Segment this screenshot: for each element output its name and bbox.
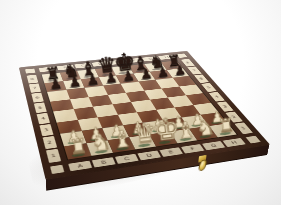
frame-corner-inlay bbox=[50, 165, 64, 174]
chess-board: ABCDEFGH 87654321 87654321 ABCDEFGH ♜♞♝♛… bbox=[19, 51, 270, 180]
file-label-h: H bbox=[223, 138, 246, 147]
rank-label-3: 3 bbox=[40, 124, 54, 136]
rank-label-5: 5 bbox=[201, 83, 217, 92]
rank-label-8: 8 bbox=[27, 75, 39, 84]
rank-label-1: 1 bbox=[46, 149, 61, 163]
file-label-g: G bbox=[202, 141, 225, 150]
product-photo-background: ABCDEFGH 87654321 87654321 ABCDEFGH ♜♞♝♛… bbox=[0, 0, 281, 205]
white-rook-piece: ♜ bbox=[65, 136, 90, 159]
white-knight-piece: ♞ bbox=[88, 130, 113, 155]
brass-clasp-pendant bbox=[197, 160, 207, 171]
black-pawn-piece: ♟ bbox=[101, 70, 121, 85]
black-pawn-piece: ♟ bbox=[153, 64, 172, 79]
rank-label-6: 6 bbox=[31, 93, 43, 103]
black-pawn-piece: ♟ bbox=[136, 66, 156, 81]
rank-label-2: 2 bbox=[43, 136, 58, 149]
frame-corner-inlay bbox=[25, 69, 35, 74]
square-a7: ♟ bbox=[44, 81, 66, 92]
file-label-f: F bbox=[181, 144, 204, 153]
file-label-a: A bbox=[68, 161, 92, 172]
rank-label-5: 5 bbox=[34, 102, 47, 113]
frame-corner-inlay bbox=[246, 136, 261, 144]
file-label-b: B bbox=[92, 157, 116, 167]
white-bishop-piece: ♝ bbox=[110, 126, 135, 152]
rank-label-4: 4 bbox=[209, 92, 225, 102]
white-queen-piece: ♛ bbox=[131, 120, 156, 149]
black-pawn-piece: ♟ bbox=[119, 68, 139, 83]
file-label-c: C bbox=[115, 154, 139, 164]
rank-label-4: 4 bbox=[37, 113, 50, 124]
file-label-e: E bbox=[159, 147, 183, 157]
square-a1: ♜ bbox=[64, 143, 91, 159]
rank-label-7: 7 bbox=[29, 83, 41, 92]
brass-clasp-icon bbox=[198, 155, 206, 163]
black-pawn-piece: ♟ bbox=[170, 63, 189, 78]
black-pawn-piece: ♟ bbox=[45, 76, 65, 92]
rank-label-6: 6 bbox=[194, 74, 209, 83]
black-pawn-piece: ♟ bbox=[83, 72, 103, 88]
black-pawn-piece: ♟ bbox=[64, 74, 84, 90]
file-label-d: D bbox=[137, 150, 161, 160]
